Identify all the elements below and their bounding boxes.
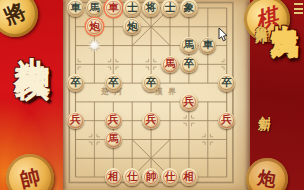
piece-red-車[interactable]: 車 [105,0,122,17]
piece-black-象[interactable]: 象 [180,0,197,17]
piece-black-士[interactable]: 士 [123,0,140,17]
move-origin-dot [91,42,98,49]
piece-black-炮[interactable]: 炮 [123,18,140,35]
piece-black-卒[interactable]: 卒 [218,74,235,91]
xiangqi-board[interactable]: 楚河 漢界 車馬車士将士象炮炮馬車馬卒卒卒卒卒兵兵兵兵兵馬相仕帥仕相 [63,0,250,190]
piece-black-車[interactable]: 車 [67,0,84,17]
left-banner: 帥 將 大神象棋 [0,0,63,190]
piece-red-帥[interactable]: 帥 [142,168,159,185]
piece-red-仕[interactable]: 仕 [123,168,140,185]
piece-red-馬[interactable]: 馬 [161,56,178,73]
right-banner: 棋 炮 象棋大师 创新 中炮对屏风马 [250,0,304,190]
piece-black-将[interactable]: 将 [142,0,159,17]
piece-black-卒[interactable]: 卒 [67,74,84,91]
gold-piece-decor-bottom-icon: 炮 [243,155,292,190]
piece-red-馬[interactable]: 馬 [105,131,122,148]
piece-red-炮[interactable]: 炮 [86,18,103,35]
piece-black-卒[interactable]: 卒 [105,74,122,91]
pieces-layer[interactable]: 車馬車士将士象炮炮馬車馬卒卒卒卒卒兵兵兵兵兵馬相仕帥仕相 [66,0,236,186]
piece-black-卒[interactable]: 卒 [180,56,197,73]
piece-black-馬[interactable]: 馬 [86,0,103,17]
corner-logo-icon [294,3,303,17]
subtitle-author: 象棋大师 [253,15,270,24]
piece-black-士[interactable]: 士 [161,0,178,17]
piece-red-兵[interactable]: 兵 [142,112,159,129]
piece-black-馬[interactable]: 馬 [180,37,197,54]
piece-red-兵[interactable]: 兵 [218,112,235,129]
piece-red-兵[interactable]: 兵 [105,112,122,129]
piece-red-仕[interactable]: 仕 [161,168,178,185]
xiangqi-video-thumbnail: 楚河 漢界 車馬車士将士象炮炮馬車馬卒卒卒卒卒兵兵兵兵兵馬相仕帥仕相 帥 將 大… [0,0,304,190]
piece-black-卒[interactable]: 卒 [142,74,159,91]
channel-title: 大神象棋 [7,27,56,39]
piece-red-相[interactable]: 相 [105,168,122,185]
piece-red-兵[interactable]: 兵 [67,112,84,129]
piece-red-相[interactable]: 相 [180,168,197,185]
piece-black-車[interactable]: 車 [199,37,216,54]
subtitle-tag: 创新 [256,106,273,111]
piece-red-兵[interactable]: 兵 [180,93,197,110]
